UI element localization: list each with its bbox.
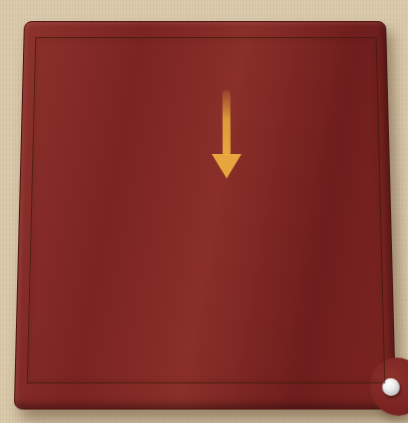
board-frame: [14, 21, 396, 409]
chess-board: [27, 37, 386, 383]
file-labels: [26, 382, 383, 398]
